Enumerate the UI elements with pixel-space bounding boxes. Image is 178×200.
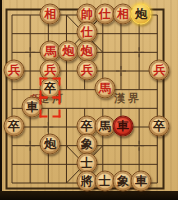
window-edge-bottom	[0, 191, 178, 200]
piece-red-兵[interactable]: 兵	[76, 59, 97, 80]
piece-black-炮[interactable]: 炮	[40, 134, 61, 155]
piece-black-卒[interactable]: 卒	[40, 78, 61, 99]
piece-black-車[interactable]: 車	[22, 96, 43, 117]
xiangqi-board[interactable]: 楚河 漢界 相帥仕相炮仕馬炮炮兵兵兵兵卒馬車卒卒馬車卒炮象士將士象車卒	[2, 0, 178, 191]
piece-red-相[interactable]: 相	[40, 3, 61, 24]
window-edge-left	[0, 0, 2, 200]
piece-layer: 相帥仕相炮仕馬炮炮兵兵兵兵卒馬車卒卒馬車卒炮象士將士象車卒	[2, 0, 178, 191]
piece-red-兵[interactable]: 兵	[149, 59, 170, 80]
piece-black-卒[interactable]: 卒	[149, 115, 170, 136]
last-move-origin-marker	[40, 96, 61, 117]
piece-black-炮[interactable]: 炮	[131, 3, 152, 24]
piece-black-車[interactable]: 車	[131, 171, 152, 192]
piece-red-兵[interactable]: 兵	[4, 59, 25, 80]
piece-black-卒[interactable]: 卒	[4, 115, 25, 136]
piece-red-車[interactable]: 車	[112, 115, 133, 136]
piece-red-馬[interactable]: 馬	[94, 78, 115, 99]
